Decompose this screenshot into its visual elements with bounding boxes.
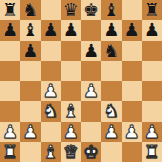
square-h6[interactable] [142,41,162,61]
piece-black-bishop[interactable]: ♝ [103,0,119,20]
square-b7[interactable]: ♝ [20,20,40,40]
piece-white-bishop[interactable]: ♝ [63,101,79,121]
piece-black-pawn[interactable]: ♟ [124,20,140,40]
square-f7[interactable]: ♟ [101,20,121,40]
square-e7[interactable] [81,20,101,40]
piece-black-pawn[interactable]: ♟ [103,20,119,40]
piece-black-pawn[interactable]: ♟ [2,20,18,40]
square-h4[interactable] [142,81,162,101]
square-a6[interactable] [0,41,20,61]
square-g3[interactable] [122,101,142,121]
piece-white-pawn[interactable]: ♟ [63,122,79,142]
square-h1[interactable]: ♜ [142,142,162,162]
square-f5[interactable] [101,61,121,81]
square-c3[interactable]: ♞ [41,101,61,121]
square-f8[interactable]: ♝ [101,0,121,20]
square-c7[interactable]: ♟ [41,20,61,40]
square-a5[interactable] [0,61,20,81]
piece-black-pawn[interactable]: ♟ [43,20,59,40]
square-d5[interactable] [61,61,81,81]
square-f2[interactable]: ♟ [101,122,121,142]
square-d1[interactable]: ♛ [61,142,81,162]
square-d8[interactable]: ♛ [61,0,81,20]
square-e1[interactable]: ♚ [81,142,101,162]
square-f3[interactable]: ♞ [101,101,121,121]
piece-black-queen[interactable]: ♛ [63,0,79,20]
square-f4[interactable] [101,81,121,101]
square-d7[interactable]: ♟ [61,20,81,40]
square-d3[interactable]: ♝ [61,101,81,121]
square-e6[interactable]: ♟ [81,41,101,61]
square-h7[interactable]: ♟ [142,20,162,40]
square-f6[interactable]: ♞ [101,41,121,61]
square-d2[interactable]: ♟ [61,122,81,142]
piece-white-knight[interactable]: ♞ [103,101,119,121]
square-e2[interactable] [81,122,101,142]
square-h3[interactable] [142,101,162,121]
piece-white-pawn[interactable]: ♟ [22,122,38,142]
piece-black-bishop[interactable]: ♝ [22,20,38,40]
square-e4[interactable]: ♟ [81,81,101,101]
chess-board-wrap: ♜♞♛♚♝♜♟♝♟♟♟♟♟♟♟♞♟♟♞♝♞♟♟♟♟♟♟♜♝♛♚♜ [0,0,162,162]
piece-white-rook[interactable]: ♜ [2,142,18,162]
square-e5[interactable] [81,61,101,81]
square-g5[interactable] [122,61,142,81]
piece-white-pawn[interactable]: ♟ [124,122,140,142]
piece-black-knight[interactable]: ♞ [22,0,38,20]
piece-black-rook[interactable]: ♜ [144,0,160,20]
piece-white-pawn[interactable]: ♟ [83,81,99,101]
square-g6[interactable] [122,41,142,61]
square-g1[interactable] [122,142,142,162]
piece-white-queen[interactable]: ♛ [63,142,79,162]
square-f1[interactable] [101,142,121,162]
square-c1[interactable]: ♝ [41,142,61,162]
square-b5[interactable] [20,61,40,81]
square-b1[interactable] [20,142,40,162]
piece-white-knight[interactable]: ♞ [43,101,59,121]
piece-white-pawn[interactable]: ♟ [144,122,160,142]
square-c5[interactable] [41,61,61,81]
square-h5[interactable] [142,61,162,81]
square-e3[interactable] [81,101,101,121]
square-g2[interactable]: ♟ [122,122,142,142]
square-e8[interactable]: ♚ [81,0,101,20]
square-a2[interactable]: ♟ [0,122,20,142]
piece-white-pawn[interactable]: ♟ [2,122,18,142]
square-h2[interactable]: ♟ [142,122,162,142]
square-b2[interactable]: ♟ [20,122,40,142]
square-d6[interactable] [61,41,81,61]
piece-white-rook[interactable]: ♜ [144,142,160,162]
square-g7[interactable]: ♟ [122,20,142,40]
piece-white-pawn[interactable]: ♟ [103,122,119,142]
square-c2[interactable] [41,122,61,142]
square-a8[interactable]: ♜ [0,0,20,20]
square-a1[interactable]: ♜ [0,142,20,162]
square-d4[interactable] [61,81,81,101]
square-b6[interactable]: ♟ [20,41,40,61]
square-h8[interactable]: ♜ [142,0,162,20]
piece-black-rook[interactable]: ♜ [2,0,18,20]
square-c4[interactable]: ♟ [41,81,61,101]
square-c6[interactable] [41,41,61,61]
square-a3[interactable] [0,101,20,121]
square-a7[interactable]: ♟ [0,20,20,40]
square-b8[interactable]: ♞ [20,0,40,20]
piece-black-pawn[interactable]: ♟ [22,41,38,61]
chess-board: ♜♞♛♚♝♜♟♝♟♟♟♟♟♟♟♞♟♟♞♝♞♟♟♟♟♟♟♜♝♛♚♜ [0,0,162,162]
square-b4[interactable] [20,81,40,101]
piece-white-bishop[interactable]: ♝ [43,142,59,162]
piece-black-pawn[interactable]: ♟ [63,20,79,40]
piece-black-pawn[interactable]: ♟ [144,20,160,40]
square-g4[interactable] [122,81,142,101]
piece-white-king[interactable]: ♚ [83,142,99,162]
square-a4[interactable] [0,81,20,101]
piece-white-pawn[interactable]: ♟ [43,81,59,101]
piece-black-king[interactable]: ♚ [83,0,99,20]
square-c8[interactable] [41,0,61,20]
square-g8[interactable] [122,0,142,20]
piece-black-knight[interactable]: ♞ [103,41,119,61]
square-b3[interactable] [20,101,40,121]
piece-black-pawn[interactable]: ♟ [83,41,99,61]
